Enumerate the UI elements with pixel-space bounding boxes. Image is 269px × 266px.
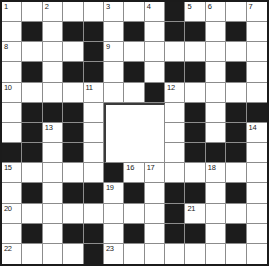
cell-r4c2[interactable] — [43, 83, 63, 103]
clue-number-17: 17 — [147, 163, 155, 172]
cell-r7c12[interactable] — [247, 143, 267, 163]
cell-r5c0[interactable] — [2, 103, 22, 123]
clue-number-9: 9 — [106, 42, 110, 51]
cell-r8c7[interactable]: 17 — [145, 163, 165, 183]
cell-r0c10[interactable]: 6 — [206, 2, 226, 22]
cell-r6c0[interactable] — [2, 123, 22, 143]
cell-r0c4[interactable] — [84, 2, 104, 22]
cell-r2c7[interactable] — [145, 42, 165, 62]
blocked-cell-r8c5 — [104, 163, 124, 183]
cell-r12c2[interactable] — [43, 244, 63, 264]
blocked-cell-r7c0 — [2, 143, 22, 163]
clue-number-7: 7 — [249, 2, 253, 11]
cell-r11c7[interactable] — [145, 224, 165, 244]
blocked-cell-r3c1 — [22, 62, 42, 82]
blocked-cell-r11c4 — [84, 224, 104, 244]
cell-r8c9[interactable] — [185, 163, 205, 183]
cell-r9c0[interactable] — [2, 183, 22, 203]
cell-r5c8[interactable] — [165, 103, 185, 123]
cell-r4c5[interactable] — [104, 83, 124, 103]
cell-r12c0[interactable]: 22 — [2, 244, 22, 264]
cell-r0c0[interactable]: 1 — [2, 2, 22, 22]
blocked-cell-r9c3 — [63, 183, 83, 203]
cell-r6c12[interactable]: 14 — [247, 123, 267, 143]
blocked-cell-r7c3 — [63, 143, 83, 163]
blocked-cell-r1c8 — [165, 22, 185, 42]
cell-r5c4[interactable] — [84, 103, 104, 123]
cell-r1c10[interactable] — [206, 22, 226, 42]
cell-r1c2[interactable] — [43, 22, 63, 42]
cell-r12c3[interactable] — [63, 244, 83, 264]
cell-r3c2[interactable] — [43, 62, 63, 82]
cell-r12c10[interactable] — [206, 244, 226, 264]
cell-r9c7[interactable] — [145, 183, 165, 203]
cell-r3c12[interactable] — [247, 62, 267, 82]
cell-r11c12[interactable] — [247, 224, 267, 244]
clue-number-13: 13 — [45, 123, 53, 132]
cell-r4c9[interactable] — [185, 83, 205, 103]
cell-r8c1[interactable] — [22, 163, 42, 183]
cell-r12c1[interactable] — [22, 244, 42, 264]
clue-number-16: 16 — [126, 163, 134, 172]
cell-r8c2[interactable] — [43, 163, 63, 183]
cell-r8c4[interactable] — [84, 163, 104, 183]
cell-r0c2[interactable]: 2 — [43, 2, 63, 22]
cell-r0c6[interactable] — [124, 2, 144, 22]
cell-r10c9[interactable]: 21 — [185, 204, 205, 224]
cell-r4c0[interactable]: 10 — [2, 83, 22, 103]
blocked-cell-r9c6 — [124, 183, 144, 203]
clue-number-22: 22 — [4, 244, 12, 253]
blocked-cell-r3c3 — [63, 62, 83, 82]
cell-r6c8[interactable] — [165, 123, 185, 143]
cell-r10c4[interactable] — [84, 204, 104, 224]
clue-number-21: 21 — [187, 204, 195, 213]
cell-r0c7[interactable]: 4 — [145, 2, 165, 22]
blocked-cell-r1c9 — [185, 22, 205, 42]
cell-r3c0[interactable] — [2, 62, 22, 82]
clue-number-18: 18 — [208, 163, 216, 172]
cell-r4c12[interactable] — [247, 83, 267, 103]
cell-r0c12[interactable]: 7 — [247, 2, 267, 22]
cell-r8c3[interactable] — [63, 163, 83, 183]
blocked-cell-r11c3 — [63, 224, 83, 244]
blocked-cell-r11c8 — [165, 224, 185, 244]
cell-r2c0[interactable]: 8 — [2, 42, 22, 62]
cell-r7c8[interactable] — [165, 143, 185, 163]
clue-number-1: 1 — [4, 2, 8, 11]
blocked-cell-r11c1 — [22, 224, 42, 244]
cell-r11c0[interactable] — [2, 224, 22, 244]
cell-r11c5[interactable] — [104, 224, 124, 244]
cell-r9c5[interactable]: 19 — [104, 183, 124, 203]
cell-r4c3[interactable] — [63, 83, 83, 103]
cell-r8c0[interactable]: 15 — [2, 163, 22, 183]
clue-number-15: 15 — [4, 163, 12, 172]
blocked-cell-r3c4 — [84, 62, 104, 82]
cell-r2c2[interactable] — [43, 42, 63, 62]
cell-r6c10[interactable] — [206, 123, 226, 143]
cell-r6c4[interactable] — [84, 123, 104, 143]
cell-r10c2[interactable] — [43, 204, 63, 224]
cell-r12c7[interactable] — [145, 244, 165, 264]
cell-r3c5[interactable] — [104, 62, 124, 82]
cell-r10c10[interactable] — [206, 204, 226, 224]
cell-r8c8[interactable] — [165, 163, 185, 183]
cell-r4c8[interactable]: 12 — [165, 83, 185, 103]
cell-r0c1[interactable] — [22, 2, 42, 22]
cell-r10c6[interactable] — [124, 204, 144, 224]
clue-number-3: 3 — [106, 2, 110, 11]
clue-number-11: 11 — [86, 83, 93, 92]
blocked-cell-r7c11 — [226, 143, 246, 163]
blocked-cell-r5c11 — [226, 103, 246, 123]
cell-r1c12[interactable] — [247, 22, 267, 42]
cell-r4c11[interactable] — [226, 83, 246, 103]
blocked-cell-r9c1 — [22, 183, 42, 203]
cell-r4c10[interactable] — [206, 83, 226, 103]
blocked-cell-r5c9 — [185, 103, 205, 123]
cell-r2c11[interactable] — [226, 42, 246, 62]
blocked-cell-r7c1 — [22, 143, 42, 163]
blocked-cell-r5c1 — [22, 103, 42, 123]
cell-r4c1[interactable] — [22, 83, 42, 103]
cell-r8c12[interactable] — [247, 163, 267, 183]
cell-r2c10[interactable] — [206, 42, 226, 62]
cell-r12c8[interactable] — [165, 244, 185, 264]
clue-number-12: 12 — [167, 83, 175, 92]
cell-r12c11[interactable] — [226, 244, 246, 264]
blocked-cell-r10c8 — [165, 204, 185, 224]
cell-r4c6[interactable] — [124, 83, 144, 103]
cell-r12c9[interactable] — [185, 244, 205, 264]
cell-r9c12[interactable] — [247, 183, 267, 203]
blocked-cell-r12c4 — [84, 244, 104, 264]
blocked-cell-r3c11 — [226, 62, 246, 82]
cell-r12c12[interactable] — [247, 244, 267, 264]
clue-number-4: 4 — [147, 2, 151, 11]
blocked-cell-r3c9 — [185, 62, 205, 82]
blocked-cell-r6c11 — [226, 123, 246, 143]
blocked-cell-r1c1 — [22, 22, 42, 42]
blocked-cell-r4c7 — [145, 83, 165, 103]
blocked-cell-r1c6 — [124, 22, 144, 42]
blocked-cell-r5c2 — [43, 103, 63, 123]
cell-r4c4[interactable]: 11 — [84, 83, 104, 103]
cell-r12c6[interactable] — [124, 244, 144, 264]
cell-r1c5[interactable] — [104, 22, 124, 42]
cell-r12c5[interactable]: 23 — [104, 244, 124, 264]
clue-number-8: 8 — [4, 42, 8, 51]
clue-number-2: 2 — [45, 2, 49, 11]
cell-r10c12[interactable] — [247, 204, 267, 224]
cell-r3c7[interactable] — [145, 62, 165, 82]
cell-r2c3[interactable] — [63, 42, 83, 62]
clue-number-6: 6 — [208, 2, 212, 11]
blocked-cell-r6c3 — [63, 123, 83, 143]
blocked-cell-r11c9 — [185, 224, 205, 244]
blocked-cell-r0c8 — [165, 2, 185, 22]
cell-r10c5[interactable] — [104, 204, 124, 224]
cell-r0c9[interactable]: 5 — [185, 2, 205, 22]
clue-number-10: 10 — [4, 83, 12, 92]
crossword-board: 1234567891011121314151617181920212223 — [0, 0, 269, 266]
blocked-cell-r1c4 — [84, 22, 104, 42]
blocked-cell-r2c4 — [84, 42, 104, 62]
clue-number-19: 19 — [106, 183, 114, 192]
cell-r6c2[interactable]: 13 — [43, 123, 63, 143]
cell-r2c5[interactable]: 9 — [104, 42, 124, 62]
blocked-cell-r3c6 — [124, 62, 144, 82]
blocked-cell-r11c6 — [124, 224, 144, 244]
cell-r11c2[interactable] — [43, 224, 63, 244]
blocked-cell-r1c11 — [226, 22, 246, 42]
cell-r2c1[interactable] — [22, 42, 42, 62]
cell-r8c11[interactable] — [226, 163, 246, 183]
cell-r10c0[interactable]: 20 — [2, 204, 22, 224]
cell-r10c1[interactable] — [22, 204, 42, 224]
clue-number-23: 23 — [106, 244, 114, 253]
cell-r2c12[interactable] — [247, 42, 267, 62]
cell-r0c5[interactable]: 3 — [104, 2, 124, 22]
cell-r0c3[interactable] — [63, 2, 83, 22]
blocked-cell-r7c9 — [185, 143, 205, 163]
blocked-cell-r9c11 — [226, 183, 246, 203]
cell-r10c7[interactable] — [145, 204, 165, 224]
cell-r0c11[interactable] — [226, 2, 246, 22]
blocked-cell-r6c9 — [185, 123, 205, 143]
blocked-cell-r1c3 — [63, 22, 83, 42]
clue-number-14: 14 — [249, 123, 257, 132]
blocked-cell-r9c9 — [185, 183, 205, 203]
cell-r2c8[interactable] — [165, 42, 185, 62]
cell-r9c2[interactable] — [43, 183, 63, 203]
blocked-cell-r5c3 — [63, 103, 83, 123]
blocked-cell-r9c4 — [84, 183, 104, 203]
blocked-cell-r5c12 — [247, 103, 267, 123]
cell-r8c10[interactable]: 18 — [206, 163, 226, 183]
cell-r2c6[interactable] — [124, 42, 144, 62]
clue-number-5: 5 — [187, 2, 191, 11]
clue-number-20: 20 — [4, 204, 12, 213]
blocked-cell-r3c8 — [165, 62, 185, 82]
cell-r11c10[interactable] — [206, 224, 226, 244]
cell-r10c11[interactable] — [226, 204, 246, 224]
cell-r7c4[interactable] — [84, 143, 104, 163]
cell-r2c9[interactable] — [185, 42, 205, 62]
blocked-cell-r11c11 — [226, 224, 246, 244]
cell-r1c0[interactable] — [2, 22, 22, 42]
center-void-panel — [104, 103, 165, 163]
cell-r9c10[interactable] — [206, 183, 226, 203]
cell-r8c6[interactable]: 16 — [124, 163, 144, 183]
blocked-cell-r6c1 — [22, 123, 42, 143]
blocked-cell-r9c8 — [165, 183, 185, 203]
cell-r1c7[interactable] — [145, 22, 165, 42]
cell-r7c2[interactable] — [43, 143, 63, 163]
cell-r3c10[interactable] — [206, 62, 226, 82]
cell-r5c10[interactable] — [206, 103, 226, 123]
cell-r10c3[interactable] — [63, 204, 83, 224]
blocked-cell-r7c10 — [206, 143, 226, 163]
